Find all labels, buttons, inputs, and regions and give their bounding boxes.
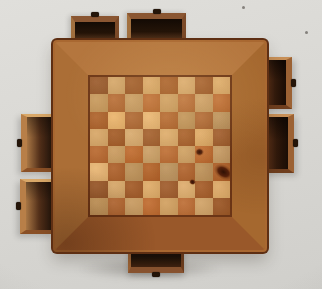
square-b3[interactable] [108,163,126,180]
square-d7[interactable] [143,94,161,111]
square-a2[interactable] [90,181,108,198]
square-g8[interactable] [195,77,213,94]
square-a5[interactable] [90,129,108,146]
square-h2[interactable] [213,181,231,198]
table-frame [55,42,265,250]
square-c5[interactable] [125,129,143,146]
square-f2[interactable] [178,181,196,198]
square-f4[interactable] [178,146,196,163]
square-e7[interactable] [160,94,178,111]
square-a8[interactable] [90,77,108,94]
square-c7[interactable] [125,94,143,111]
square-d6[interactable] [143,112,161,129]
square-e6[interactable] [160,112,178,129]
drawer-top-left [71,16,119,42]
photo-scene [0,0,322,289]
square-g6[interactable] [195,112,213,129]
square-b7[interactable] [108,94,126,111]
drawer-knob [17,139,22,147]
square-c6[interactable] [125,112,143,129]
drawer-knob [291,79,296,87]
drawer-knob [16,202,21,210]
square-a7[interactable] [90,94,108,111]
square-f7[interactable] [178,94,196,111]
square-f3[interactable] [178,163,196,180]
square-c4[interactable] [125,146,143,163]
square-a6[interactable] [90,112,108,129]
square-d8[interactable] [143,77,161,94]
square-a4[interactable] [90,146,108,163]
drawer-left-upper [21,114,55,172]
drawer-left-lower [20,179,55,234]
square-b6[interactable] [108,112,126,129]
square-e4[interactable] [160,146,178,163]
chess-table-top [53,40,267,252]
square-d1[interactable] [143,198,161,215]
square-f5[interactable] [178,129,196,146]
square-f8[interactable] [178,77,196,94]
square-g5[interactable] [195,129,213,146]
square-h7[interactable] [213,94,231,111]
square-g2[interactable] [195,181,213,198]
square-b4[interactable] [108,146,126,163]
drawer-top-right [127,13,186,42]
square-d5[interactable] [143,129,161,146]
square-h8[interactable] [213,77,231,94]
square-e8[interactable] [160,77,178,94]
square-d2[interactable] [143,181,161,198]
square-f6[interactable] [178,112,196,129]
square-f1[interactable] [178,198,196,215]
square-e2[interactable] [160,181,178,198]
drawer-knob [152,272,160,277]
square-c8[interactable] [125,77,143,94]
square-h1[interactable] [213,198,231,215]
square-h5[interactable] [213,129,231,146]
square-g7[interactable] [195,94,213,111]
square-b8[interactable] [108,77,126,94]
square-c3[interactable] [125,163,143,180]
drawer-knob [91,12,99,17]
square-b1[interactable] [108,198,126,215]
square-a3[interactable] [90,163,108,180]
square-d4[interactable] [143,146,161,163]
drawer-knob [293,139,298,147]
chess-board [88,75,232,217]
square-e5[interactable] [160,129,178,146]
square-c2[interactable] [125,181,143,198]
square-b5[interactable] [108,129,126,146]
square-a1[interactable] [90,198,108,215]
square-h4[interactable] [213,146,231,163]
dust-speck [305,31,308,34]
square-b2[interactable] [108,181,126,198]
square-h3[interactable] [213,163,231,180]
square-c1[interactable] [125,198,143,215]
square-e3[interactable] [160,163,178,180]
drawer-knob [153,9,161,14]
square-g1[interactable] [195,198,213,215]
square-g3[interactable] [195,163,213,180]
dust-speck [242,6,245,9]
square-d3[interactable] [143,163,161,180]
square-e1[interactable] [160,198,178,215]
square-g4[interactable] [195,146,213,163]
square-h6[interactable] [213,112,231,129]
